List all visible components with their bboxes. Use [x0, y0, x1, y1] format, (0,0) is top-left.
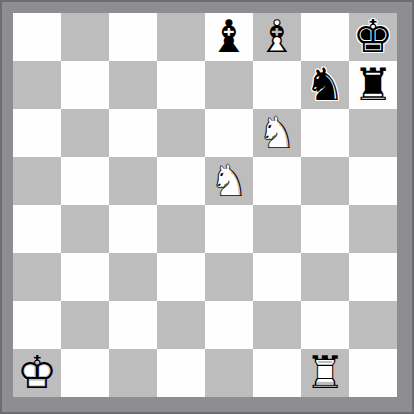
board-frame: ♝♝♗♚♞♜♞♘♞♘♚♔♜♖: [0, 0, 414, 414]
square-d5[interactable]: [157, 157, 205, 205]
square-a1[interactable]: ♚♔: [13, 349, 61, 397]
white-knight: ♞♘: [253, 109, 301, 157]
square-h8[interactable]: ♚: [349, 13, 397, 61]
square-f3[interactable]: [253, 253, 301, 301]
square-b6[interactable]: [61, 109, 109, 157]
black-knight: ♞: [305, 61, 345, 109]
square-g4[interactable]: [301, 205, 349, 253]
square-b2[interactable]: [61, 301, 109, 349]
square-h1[interactable]: [349, 349, 397, 397]
square-f8[interactable]: ♝♗: [253, 13, 301, 61]
black-rook: ♜: [353, 61, 393, 109]
black-bishop: ♝: [209, 13, 249, 61]
square-a7[interactable]: [13, 61, 61, 109]
square-a8[interactable]: [13, 13, 61, 61]
square-b5[interactable]: [61, 157, 109, 205]
square-b8[interactable]: [61, 13, 109, 61]
square-e6[interactable]: [205, 109, 253, 157]
square-c4[interactable]: [109, 205, 157, 253]
square-a2[interactable]: [13, 301, 61, 349]
square-e2[interactable]: [205, 301, 253, 349]
square-a3[interactable]: [13, 253, 61, 301]
square-c6[interactable]: [109, 109, 157, 157]
square-h4[interactable]: [349, 205, 397, 253]
square-b7[interactable]: [61, 61, 109, 109]
square-d6[interactable]: [157, 109, 205, 157]
chess-board: ♝♝♗♚♞♜♞♘♞♘♚♔♜♖: [13, 13, 397, 397]
square-d3[interactable]: [157, 253, 205, 301]
square-e4[interactable]: [205, 205, 253, 253]
square-c7[interactable]: [109, 61, 157, 109]
square-h2[interactable]: [349, 301, 397, 349]
square-g7[interactable]: ♞: [301, 61, 349, 109]
square-h7[interactable]: ♜: [349, 61, 397, 109]
square-e5[interactable]: ♞♘: [205, 157, 253, 205]
square-f6[interactable]: ♞♘: [253, 109, 301, 157]
square-g1[interactable]: ♜♖: [301, 349, 349, 397]
square-f4[interactable]: [253, 205, 301, 253]
square-g3[interactable]: [301, 253, 349, 301]
square-a6[interactable]: [13, 109, 61, 157]
square-g2[interactable]: [301, 301, 349, 349]
black-king: ♚: [353, 13, 393, 61]
square-f7[interactable]: [253, 61, 301, 109]
square-e3[interactable]: [205, 253, 253, 301]
square-c5[interactable]: [109, 157, 157, 205]
square-c3[interactable]: [109, 253, 157, 301]
square-b4[interactable]: [61, 205, 109, 253]
square-c2[interactable]: [109, 301, 157, 349]
square-d1[interactable]: [157, 349, 205, 397]
white-rook: ♜♖: [301, 349, 349, 397]
square-b3[interactable]: [61, 253, 109, 301]
square-e7[interactable]: [205, 61, 253, 109]
square-c1[interactable]: [109, 349, 157, 397]
square-d8[interactable]: [157, 13, 205, 61]
square-e1[interactable]: [205, 349, 253, 397]
square-b1[interactable]: [61, 349, 109, 397]
square-h3[interactable]: [349, 253, 397, 301]
square-h6[interactable]: [349, 109, 397, 157]
square-e8[interactable]: ♝: [205, 13, 253, 61]
white-king: ♚♔: [13, 349, 61, 397]
square-d4[interactable]: [157, 205, 205, 253]
square-h5[interactable]: [349, 157, 397, 205]
square-g6[interactable]: [301, 109, 349, 157]
square-f1[interactable]: [253, 349, 301, 397]
square-d2[interactable]: [157, 301, 205, 349]
white-bishop: ♝♗: [253, 13, 301, 61]
square-a4[interactable]: [13, 205, 61, 253]
square-c8[interactable]: [109, 13, 157, 61]
square-f2[interactable]: [253, 301, 301, 349]
white-knight: ♞♘: [205, 157, 253, 205]
square-g5[interactable]: [301, 157, 349, 205]
square-d7[interactable]: [157, 61, 205, 109]
square-a5[interactable]: [13, 157, 61, 205]
square-f5[interactable]: [253, 157, 301, 205]
square-g8[interactable]: [301, 13, 349, 61]
